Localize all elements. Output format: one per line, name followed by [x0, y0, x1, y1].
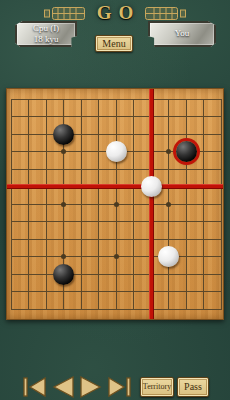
last-move-line-vertical	[149, 89, 154, 319]
stone-black	[53, 264, 74, 285]
scroll-ornament-right	[144, 6, 186, 21]
step-forward-button[interactable]	[78, 374, 104, 400]
human-player-name: You	[175, 28, 190, 38]
grid-line-horizontal	[11, 239, 222, 240]
human-player-plaque: You	[148, 21, 216, 47]
go-to-start-button[interactable]	[22, 374, 48, 400]
hoshi-point	[61, 202, 66, 207]
hoshi-point	[166, 149, 171, 154]
go-board[interactable]	[6, 88, 224, 320]
step-back-button[interactable]	[50, 374, 76, 400]
grid-line-vertical	[133, 99, 134, 310]
grid-line-horizontal	[11, 274, 222, 275]
hoshi-point	[61, 254, 66, 259]
hoshi-point	[166, 202, 171, 207]
app-title: GO	[90, 2, 141, 24]
territory-button[interactable]: Territory	[140, 377, 174, 397]
grid-line-horizontal	[11, 169, 222, 170]
hoshi-point	[114, 254, 119, 259]
grid-line-vertical	[186, 99, 187, 310]
stone-white	[158, 246, 179, 267]
grid-line-vertical	[11, 99, 12, 310]
grid-line-horizontal	[11, 291, 222, 292]
go-app-screen: GO Cpu (I) 18 kyu Menu You Territory Pas…	[0, 0, 230, 400]
last-move-line-horizontal	[7, 184, 223, 189]
grid-line-vertical	[98, 99, 99, 310]
grid-line-vertical	[46, 99, 47, 310]
stone-white	[141, 176, 162, 197]
grid-line-horizontal	[11, 99, 222, 100]
menu-button[interactable]: Menu	[95, 35, 133, 52]
cpu-player-name: Cpu (I)	[15, 23, 77, 34]
cpu-player-plaque: Cpu (I) 18 kyu	[15, 21, 77, 47]
stone-black	[53, 124, 74, 145]
hoshi-point	[61, 149, 66, 154]
grid-line-vertical	[221, 99, 222, 310]
grid-line-vertical	[81, 99, 82, 310]
grid-line-vertical	[203, 99, 204, 310]
grid-line-horizontal	[11, 221, 222, 222]
grid-line-horizontal	[11, 309, 222, 310]
go-to-end-button[interactable]	[106, 374, 132, 400]
stone-black	[176, 141, 197, 162]
scroll-ornament-left	[44, 6, 86, 21]
grid-line-horizontal	[11, 134, 222, 135]
grid-line-horizontal	[11, 116, 222, 117]
hoshi-point	[114, 202, 119, 207]
grid-line-vertical	[28, 99, 29, 310]
header: GO	[0, 2, 230, 24]
stone-white	[106, 141, 127, 162]
pass-button[interactable]: Pass	[177, 377, 209, 397]
cpu-player-rank: 18 kyu	[15, 34, 77, 45]
